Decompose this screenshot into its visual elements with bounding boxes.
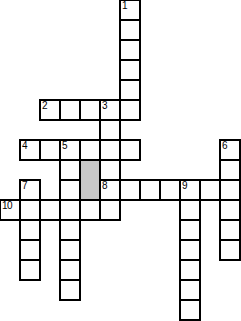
- grid-cell[interactable]: [119, 179, 141, 201]
- grid-cell[interactable]: [79, 199, 101, 221]
- grid-cell[interactable]: [39, 139, 61, 161]
- grid-cell[interactable]: [59, 279, 81, 301]
- grid-cell[interactable]: [179, 239, 201, 261]
- grid-cell[interactable]: [119, 99, 141, 121]
- grid-cell[interactable]: [99, 119, 121, 141]
- clue-number-8: 8: [102, 181, 107, 191]
- grid-cell[interactable]: [19, 199, 41, 221]
- shaded-cell: [79, 159, 101, 201]
- clue-number-4: 4: [22, 141, 27, 151]
- grid-cell[interactable]: [39, 199, 61, 221]
- grid-cell[interactable]: [119, 79, 141, 101]
- clue-number-1: 1: [122, 1, 127, 11]
- grid-cell[interactable]: [159, 179, 181, 201]
- grid-cell[interactable]: [79, 139, 101, 161]
- grid-cell[interactable]: [119, 59, 141, 81]
- grid-cell[interactable]: [119, 39, 141, 61]
- grid-cell[interactable]: [99, 139, 121, 161]
- grid-cell[interactable]: [179, 279, 201, 301]
- grid-cell[interactable]: [219, 179, 241, 201]
- clue-number-5: 5: [62, 141, 67, 151]
- grid-cell[interactable]: [59, 179, 81, 201]
- grid-cell[interactable]: [79, 99, 101, 121]
- grid-cell[interactable]: [179, 219, 201, 241]
- clue-number-9: 9: [182, 181, 187, 191]
- crossword-board: 12345678910: [0, 0, 241, 321]
- grid-cell[interactable]: [59, 159, 81, 181]
- grid-cell[interactable]: [179, 299, 201, 321]
- grid-cell[interactable]: [19, 259, 41, 281]
- grid-cell[interactable]: [59, 239, 81, 261]
- clue-number-3: 3: [102, 101, 107, 111]
- grid-cell[interactable]: [59, 219, 81, 241]
- grid-cell[interactable]: [59, 199, 81, 221]
- grid-cell[interactable]: [219, 159, 241, 181]
- grid-cell[interactable]: [139, 179, 161, 201]
- grid-cell[interactable]: [219, 199, 241, 221]
- clue-number-2: 2: [42, 101, 47, 111]
- grid-cell[interactable]: [199, 179, 221, 201]
- grid-cell[interactable]: [179, 259, 201, 281]
- grid-cell[interactable]: [219, 239, 241, 261]
- grid-cell[interactable]: [179, 199, 201, 221]
- grid-cell[interactable]: [59, 99, 81, 121]
- grid-cell[interactable]: [19, 239, 41, 261]
- grid-cell[interactable]: [59, 259, 81, 281]
- grid-cell[interactable]: [119, 19, 141, 41]
- grid-cell[interactable]: [99, 199, 121, 221]
- clue-number-6: 6: [222, 141, 227, 151]
- grid-cell[interactable]: [99, 159, 121, 181]
- grid-cell[interactable]: [219, 219, 241, 241]
- grid-cell[interactable]: [19, 219, 41, 241]
- clue-number-10: 10: [2, 201, 12, 211]
- clue-number-7: 7: [22, 181, 27, 191]
- grid-cell[interactable]: [119, 139, 141, 161]
